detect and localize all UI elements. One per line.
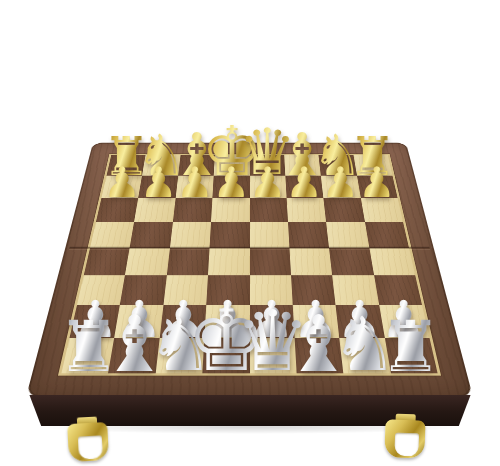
square-g1 — [339, 338, 390, 374]
square-h7 — [357, 176, 398, 198]
square-a8 — [107, 155, 146, 176]
square-e1 — [250, 338, 297, 374]
square-c1 — [155, 338, 204, 374]
square-c6 — [173, 198, 213, 222]
square-a3 — [77, 275, 125, 305]
square-e3 — [250, 275, 293, 305]
square-d8 — [214, 155, 250, 176]
square-e5 — [250, 222, 290, 248]
square-a1 — [61, 338, 114, 374]
latch-ring — [384, 419, 425, 458]
chess-set-product-photo: ♜♞♝♚♛♝♞♜♟♟♟♟♟♟♟♟♟♟♟♟♟♟♟♟♜♝♞♚♛♝♞♜ — [0, 0, 500, 466]
latch-ring — [67, 422, 109, 462]
square-f1 — [294, 338, 343, 374]
square-f8 — [284, 155, 321, 176]
square-c2 — [160, 305, 207, 338]
chess-board — [26, 143, 473, 397]
square-c8 — [178, 155, 215, 176]
square-c7 — [175, 176, 213, 198]
square-d2 — [205, 305, 250, 338]
square-f5 — [288, 222, 329, 248]
square-b6 — [134, 198, 175, 222]
square-b7 — [138, 176, 178, 198]
square-h2 — [379, 305, 430, 338]
square-g8 — [319, 155, 357, 176]
square-h3 — [374, 275, 422, 305]
square-d7 — [212, 176, 249, 198]
square-b1 — [108, 338, 159, 374]
square-g4 — [329, 248, 374, 276]
square-h8 — [353, 155, 392, 176]
square-b2 — [115, 305, 164, 338]
square-b5 — [130, 222, 173, 248]
checkerboard — [61, 155, 437, 373]
right-latch-icon — [382, 413, 430, 461]
square-b8 — [142, 155, 180, 176]
square-f4 — [289, 248, 332, 276]
left-latch-icon — [65, 416, 113, 464]
square-b3 — [120, 275, 167, 305]
square-d4 — [208, 248, 249, 276]
square-h4 — [369, 248, 415, 276]
square-f7 — [285, 176, 323, 198]
square-d3 — [206, 275, 249, 305]
square-a5 — [90, 222, 134, 248]
square-e2 — [250, 305, 295, 338]
square-g3 — [332, 275, 379, 305]
square-h6 — [361, 198, 403, 222]
square-d5 — [210, 222, 250, 248]
square-c4 — [167, 248, 210, 276]
square-a7 — [101, 176, 142, 198]
latch-hole — [394, 433, 419, 457]
square-a6 — [96, 198, 138, 222]
square-b4 — [125, 248, 170, 276]
square-f6 — [287, 198, 327, 222]
square-c5 — [170, 222, 211, 248]
square-h1 — [384, 338, 437, 374]
square-g2 — [336, 305, 385, 338]
square-a4 — [84, 248, 130, 276]
square-e8 — [250, 155, 286, 176]
fold-seam — [69, 246, 429, 248]
square-c3 — [163, 275, 208, 305]
square-g7 — [321, 176, 361, 198]
square-g5 — [326, 222, 369, 248]
latch-hole — [78, 435, 103, 459]
square-a2 — [70, 305, 121, 338]
square-d1 — [202, 338, 249, 374]
square-h5 — [365, 222, 409, 248]
square-d6 — [211, 198, 249, 222]
square-g6 — [324, 198, 365, 222]
square-e6 — [250, 198, 288, 222]
square-f3 — [291, 275, 336, 305]
square-f2 — [293, 305, 340, 338]
square-e7 — [250, 176, 287, 198]
square-e4 — [250, 248, 291, 276]
